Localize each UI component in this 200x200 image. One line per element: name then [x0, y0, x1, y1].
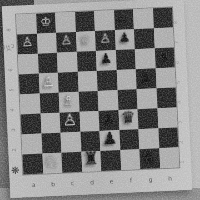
square-g3[interactable]: [138, 108, 158, 129]
square-a7[interactable]: ♙: [17, 34, 37, 55]
file-label-d: d: [82, 178, 102, 191]
file-label-a: a: [24, 181, 44, 194]
square-g8[interactable]: [133, 8, 153, 29]
white-queen[interactable]: ♕: [80, 33, 92, 46]
square-e1[interactable]: [100, 150, 120, 171]
rank-label-6: 6: [174, 61, 180, 64]
rank-label-2: 2: [11, 148, 17, 151]
square-g4[interactable]: [137, 88, 157, 109]
black-pawn[interactable]: ♟: [102, 130, 118, 147]
rank-label-3: 3: [10, 128, 16, 131]
square-f1[interactable]: [120, 149, 140, 170]
square-e2[interactable]: ♟: [99, 130, 119, 151]
square-h7[interactable]: [153, 27, 173, 48]
square-f7[interactable]: ♟: [114, 29, 134, 50]
rank-label-6: 6: [7, 68, 13, 71]
rank-label-8: 8: [172, 21, 178, 24]
square-b5[interactable]: ♙: [38, 73, 58, 94]
square-b8[interactable]: ♔: [36, 13, 56, 34]
square-b3[interactable]: [40, 113, 60, 134]
square-g6[interactable]: [135, 48, 155, 69]
black-pawn[interactable]: ♟: [139, 70, 153, 85]
rank-label-1: 1: [12, 168, 18, 171]
rank-label-7: 7: [6, 48, 12, 51]
square-f8[interactable]: ♚: [114, 9, 134, 30]
square-c8[interactable]: [55, 12, 75, 33]
square-f3[interactable]: ♛: [118, 109, 138, 130]
square-d8[interactable]: [75, 11, 95, 32]
square-b4[interactable]: [39, 93, 59, 114]
square-g1[interactable]: ♞: [139, 148, 159, 169]
square-f6[interactable]: [115, 49, 135, 70]
square-e8[interactable]: [94, 10, 114, 31]
square-d1[interactable]: ♜: [81, 151, 101, 172]
square-f5[interactable]: [116, 69, 136, 90]
black-king[interactable]: ♚: [118, 12, 129, 24]
square-a2[interactable]: [22, 134, 42, 155]
white-pawn[interactable]: ♙: [99, 32, 111, 45]
square-f2[interactable]: [119, 129, 139, 150]
white-bishop[interactable]: ♗: [62, 93, 76, 109]
white-pawn[interactable]: ♙: [42, 74, 56, 89]
rank-label-2: 2: [178, 141, 184, 144]
black-rook[interactable]: ♜: [83, 150, 100, 168]
file-label-e: e: [102, 177, 122, 190]
chess-board: CHESS ❋ 12345678 12345678 ♔♚♙♙♕♙♟♟♞♙♟♗♙♟…: [2, 0, 193, 198]
file-label-f: f: [121, 176, 141, 189]
white-pawn[interactable]: ♙: [62, 112, 77, 129]
black-knight[interactable]: ♞: [158, 49, 171, 63]
rank-label-4: 4: [9, 108, 15, 111]
square-h2[interactable]: [158, 127, 178, 148]
square-a5[interactable]: [19, 74, 39, 95]
black-queen[interactable]: ♛: [121, 109, 136, 126]
square-e5[interactable]: [97, 70, 117, 91]
square-b1[interactable]: ♘: [42, 153, 62, 174]
file-label-c: c: [63, 179, 83, 192]
square-d3[interactable]: [79, 111, 99, 132]
square-h1[interactable]: [159, 147, 179, 168]
square-b6[interactable]: [37, 53, 57, 74]
black-pawn[interactable]: ♟: [100, 52, 113, 66]
square-h4[interactable]: [156, 87, 176, 108]
square-d5[interactable]: [77, 71, 97, 92]
rank-label-5: 5: [175, 81, 181, 84]
file-label-b: b: [43, 180, 63, 193]
white-knight[interactable]: ♘: [44, 152, 61, 170]
square-e7[interactable]: ♙: [95, 30, 115, 51]
square-a4[interactable]: [20, 94, 40, 115]
white-pawn[interactable]: ♙: [60, 34, 72, 47]
rank-label-4: 4: [176, 101, 182, 104]
square-h8[interactable]: [152, 8, 172, 29]
square-c1[interactable]: [61, 152, 81, 173]
square-b7[interactable]: [37, 33, 57, 54]
square-g5[interactable]: ♟: [136, 68, 156, 89]
square-e6[interactable]: ♟: [96, 50, 116, 71]
rank-label-8: 8: [5, 28, 11, 31]
file-label-g: g: [141, 175, 161, 188]
rank-label-7: 7: [173, 41, 179, 44]
square-a6[interactable]: [18, 54, 38, 75]
square-c3[interactable]: ♙: [60, 112, 80, 133]
square-c2[interactable]: [61, 132, 81, 153]
square-h6[interactable]: ♞: [154, 47, 174, 68]
square-g7[interactable]: [134, 28, 154, 49]
file-label-h: h: [160, 174, 180, 187]
black-pawn[interactable]: ♟: [101, 110, 116, 127]
square-c6[interactable]: [57, 52, 77, 73]
file-labels: abcdefgh: [24, 174, 180, 193]
rank-label-1: 1: [179, 161, 185, 164]
board-photo: { "game": "chess", "position": "1K3k2/P1…: [0, 0, 200, 200]
white-king[interactable]: ♔: [40, 16, 51, 28]
square-h3[interactable]: [157, 107, 177, 128]
black-pawn[interactable]: ♟: [119, 32, 131, 45]
rank-label-5: 5: [8, 88, 14, 91]
black-knight[interactable]: ♞: [141, 147, 158, 165]
white-pawn[interactable]: ♙: [21, 36, 33, 49]
square-a1[interactable]: [22, 154, 42, 175]
square-d6[interactable]: [76, 51, 96, 72]
square-a8[interactable]: [16, 14, 36, 35]
square-d4[interactable]: [78, 91, 98, 112]
square-h5[interactable]: [155, 67, 175, 88]
board-grid: ♔♚♙♙♕♙♟♟♞♙♟♗♙♟♛♟♘♜♞: [16, 8, 179, 175]
square-d7[interactable]: ♕: [75, 31, 95, 52]
square-a3[interactable]: [21, 114, 41, 135]
square-c7[interactable]: ♙: [56, 32, 76, 53]
rank-label-3: 3: [177, 121, 183, 124]
